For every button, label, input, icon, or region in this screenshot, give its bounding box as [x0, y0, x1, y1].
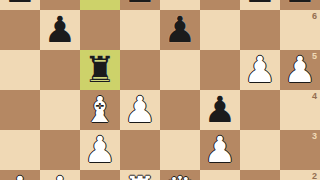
square-f2[interactable] — [200, 170, 240, 180]
square-b5[interactable] — [40, 50, 80, 90]
square-b4[interactable] — [40, 90, 80, 130]
piece-white-pawn[interactable]: ♟ — [280, 50, 320, 90]
square-h6[interactable]: 6 — [280, 10, 320, 50]
square-c5[interactable]: ♜ — [80, 50, 120, 90]
square-a3[interactable] — [0, 130, 40, 170]
square-b3[interactable] — [40, 130, 80, 170]
square-c4[interactable]: ♝ — [80, 90, 120, 130]
square-d5[interactable] — [120, 50, 160, 90]
square-g7[interactable]: ♟ — [240, 0, 280, 10]
square-h4[interactable]: 4 — [280, 90, 320, 130]
rank-label-6: 6 — [312, 11, 317, 21]
piece-white-queen[interactable]: ♛ — [160, 170, 200, 180]
square-c2[interactable] — [80, 170, 120, 180]
square-h2[interactable]: 2 — [280, 170, 320, 180]
square-d4[interactable]: ♟ — [120, 90, 160, 130]
square-g2[interactable] — [240, 170, 280, 180]
piece-white-bishop[interactable]: ♝ — [80, 90, 120, 130]
square-e3[interactable] — [160, 130, 200, 170]
square-h3[interactable]: 3 — [280, 130, 320, 170]
piece-black-pawn[interactable]: ♟ — [120, 0, 160, 10]
square-g5[interactable]: ♟ — [240, 50, 280, 90]
piece-white-pawn[interactable]: ♟ — [40, 170, 80, 180]
square-d3[interactable] — [120, 130, 160, 170]
square-g3[interactable] — [240, 130, 280, 170]
square-f3[interactable]: ♟ — [200, 130, 240, 170]
square-a4[interactable] — [0, 90, 40, 130]
piece-white-pawn[interactable]: ♟ — [0, 170, 40, 180]
square-g6[interactable] — [240, 10, 280, 50]
square-b6[interactable]: ♟ — [40, 10, 80, 50]
chess-board-viewport: ♟♟♟♟♟♟6♜♟5♟♝♟♟4♟♟3♟♟♜♛2 — [0, 0, 320, 180]
square-f6[interactable] — [200, 10, 240, 50]
piece-white-pawn[interactable]: ♟ — [80, 130, 120, 170]
square-h7[interactable]: ♟ — [280, 0, 320, 10]
square-c3[interactable]: ♟ — [80, 130, 120, 170]
piece-white-rook[interactable]: ♜ — [120, 170, 160, 180]
piece-black-pawn[interactable]: ♟ — [280, 0, 320, 10]
piece-black-pawn[interactable]: ♟ — [200, 90, 240, 130]
square-a2[interactable]: ♟ — [0, 170, 40, 180]
square-e5[interactable] — [160, 50, 200, 90]
square-d7[interactable]: ♟ — [120, 0, 160, 10]
square-f7[interactable] — [200, 0, 240, 10]
square-a6[interactable] — [0, 10, 40, 50]
square-b2[interactable]: ♟ — [40, 170, 80, 180]
rank-label-2: 2 — [312, 171, 317, 180]
square-a7[interactable]: ♟ — [0, 0, 40, 10]
piece-black-pawn[interactable]: ♟ — [240, 0, 280, 10]
piece-white-pawn[interactable]: ♟ — [240, 50, 280, 90]
chess-board[interactable]: ♟♟♟♟♟♟6♜♟5♟♝♟♟4♟♟3♟♟♜♛2 — [0, 0, 320, 180]
piece-white-pawn[interactable]: ♟ — [120, 90, 160, 130]
square-f5[interactable] — [200, 50, 240, 90]
square-e6[interactable]: ♟ — [160, 10, 200, 50]
piece-black-pawn[interactable]: ♟ — [40, 10, 80, 50]
piece-black-pawn[interactable]: ♟ — [160, 10, 200, 50]
square-c6[interactable] — [80, 10, 120, 50]
square-f4[interactable]: ♟ — [200, 90, 240, 130]
rank-label-4: 4 — [312, 91, 317, 101]
square-h5[interactable]: 5♟ — [280, 50, 320, 90]
square-a5[interactable] — [0, 50, 40, 90]
piece-white-pawn[interactable]: ♟ — [200, 130, 240, 170]
square-e2[interactable]: ♛ — [160, 170, 200, 180]
piece-black-pawn[interactable]: ♟ — [0, 0, 40, 10]
square-e4[interactable] — [160, 90, 200, 130]
square-d6[interactable] — [120, 10, 160, 50]
square-d2[interactable]: ♜ — [120, 170, 160, 180]
square-g4[interactable] — [240, 90, 280, 130]
square-c7[interactable] — [80, 0, 120, 10]
rank-label-3: 3 — [312, 131, 317, 141]
piece-black-rook[interactable]: ♜ — [80, 50, 120, 90]
